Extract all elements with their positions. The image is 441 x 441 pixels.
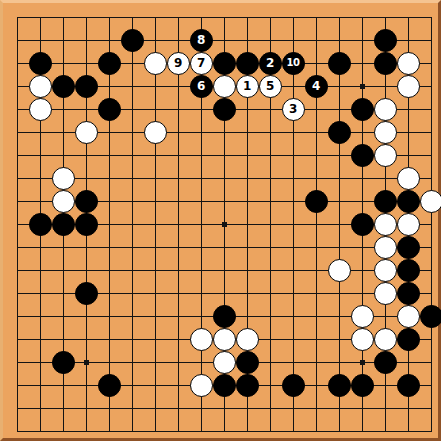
stone-black-r1c5 — [121, 29, 144, 52]
stone-white-r6c16 — [374, 144, 397, 167]
stone-black-r8c17 — [397, 190, 420, 213]
stone-black-r11c17 — [397, 259, 420, 282]
move-number-label: 3 — [289, 103, 297, 115]
go-board: 89721061543 — [0, 0, 441, 441]
stone-black-r4c15 — [351, 98, 374, 121]
stone-black-move-10: 10 — [282, 52, 305, 75]
stone-white-r8c18 — [420, 190, 441, 213]
grid-line-vertical — [293, 17, 294, 432]
stone-black-r16c15 — [351, 374, 374, 397]
stone-white-r15c9 — [213, 351, 236, 374]
stone-white-move-5: 5 — [259, 75, 282, 98]
stone-white-r14c16 — [374, 328, 397, 351]
stone-white-r14c9 — [213, 328, 236, 351]
stone-black-r14c17 — [397, 328, 420, 351]
star-point — [360, 360, 365, 365]
stone-black-r8c16 — [374, 190, 397, 213]
stone-black-r4c9 — [213, 98, 236, 121]
stone-white-r11c14 — [328, 259, 351, 282]
stone-white-r14c8 — [190, 328, 213, 351]
stone-white-r12c16 — [374, 282, 397, 305]
stone-black-r2c10 — [236, 52, 259, 75]
stone-white-r3c17 — [397, 75, 420, 98]
stone-white-r9c17 — [397, 213, 420, 236]
grid-line-horizontal — [17, 431, 432, 432]
stone-black-move-4: 4 — [305, 75, 328, 98]
stone-black-r2c1 — [29, 52, 52, 75]
move-number-label: 5 — [266, 80, 274, 92]
stone-white-r2c6 — [144, 52, 167, 75]
stone-white-r10c16 — [374, 236, 397, 259]
stone-black-r13c18 — [420, 305, 441, 328]
stone-black-r8c13 — [305, 190, 328, 213]
stone-black-r9c3 — [75, 213, 98, 236]
stone-black-r5c14 — [328, 121, 351, 144]
move-number-label: 4 — [312, 80, 320, 92]
stone-black-r12c3 — [75, 282, 98, 305]
stone-black-r2c4 — [98, 52, 121, 75]
stone-black-r16c10 — [236, 374, 259, 397]
stone-black-r15c10 — [236, 351, 259, 374]
move-number-label: 6 — [197, 80, 205, 92]
stone-black-r9c2 — [52, 213, 75, 236]
stone-black-r2c9 — [213, 52, 236, 75]
stone-black-r16c14 — [328, 374, 351, 397]
move-number-label: 7 — [197, 57, 205, 69]
stone-white-move-9: 9 — [167, 52, 190, 75]
stone-black-r1c16 — [374, 29, 397, 52]
stone-white-r5c16 — [374, 121, 397, 144]
stone-white-r14c15 — [351, 328, 374, 351]
stone-black-r2c14 — [328, 52, 351, 75]
stone-black-r2c16 — [374, 52, 397, 75]
stone-black-r12c17 — [397, 282, 420, 305]
stone-white-r13c17 — [397, 305, 420, 328]
stone-white-r14c10 — [236, 328, 259, 351]
stone-white-move-3: 3 — [282, 98, 305, 121]
stone-white-r4c16 — [374, 98, 397, 121]
stone-black-r8c3 — [75, 190, 98, 213]
stone-black-r3c2 — [52, 75, 75, 98]
stone-white-move-7: 7 — [190, 52, 213, 75]
stone-black-move-8: 8 — [190, 29, 213, 52]
move-number-label: 10 — [287, 58, 300, 68]
stone-black-r6c15 — [351, 144, 374, 167]
stone-white-r4c1 — [29, 98, 52, 121]
star-point — [360, 84, 365, 89]
stone-black-move-2: 2 — [259, 52, 282, 75]
move-number-label: 9 — [174, 57, 182, 69]
grid-line-vertical — [431, 17, 432, 432]
stone-black-r16c12 — [282, 374, 305, 397]
stone-white-r2c17 — [397, 52, 420, 75]
stone-black-r3c3 — [75, 75, 98, 98]
stone-black-r9c1 — [29, 213, 52, 236]
stone-white-r16c8 — [190, 374, 213, 397]
stone-white-r5c6 — [144, 121, 167, 144]
stone-black-r13c9 — [213, 305, 236, 328]
grid-line-horizontal — [17, 408, 432, 409]
stone-black-r16c17 — [397, 374, 420, 397]
stone-white-r3c9 — [213, 75, 236, 98]
grid-line-horizontal — [17, 270, 432, 271]
star-point — [84, 360, 89, 365]
stone-white-r8c2 — [52, 190, 75, 213]
stone-white-r3c1 — [29, 75, 52, 98]
stone-white-r11c16 — [374, 259, 397, 282]
stone-white-r13c15 — [351, 305, 374, 328]
stone-black-r9c15 — [351, 213, 374, 236]
stone-white-r7c2 — [52, 167, 75, 190]
stone-black-r15c16 — [374, 351, 397, 374]
star-point — [222, 222, 227, 227]
move-number-label: 1 — [243, 80, 251, 92]
go-board-diagram: 89721061543 — [0, 0, 441, 441]
stone-black-r4c4 — [98, 98, 121, 121]
grid-line-horizontal — [17, 247, 432, 248]
move-number-label: 2 — [266, 57, 274, 69]
grid-line-vertical — [339, 17, 340, 432]
move-number-label: 8 — [197, 34, 205, 46]
stone-white-move-1: 1 — [236, 75, 259, 98]
stone-black-r16c9 — [213, 374, 236, 397]
stone-black-r10c17 — [397, 236, 420, 259]
stone-black-move-6: 6 — [190, 75, 213, 98]
stone-white-r7c17 — [397, 167, 420, 190]
stone-black-r16c4 — [98, 374, 121, 397]
stone-white-r5c3 — [75, 121, 98, 144]
stone-black-r15c2 — [52, 351, 75, 374]
stone-white-r9c16 — [374, 213, 397, 236]
